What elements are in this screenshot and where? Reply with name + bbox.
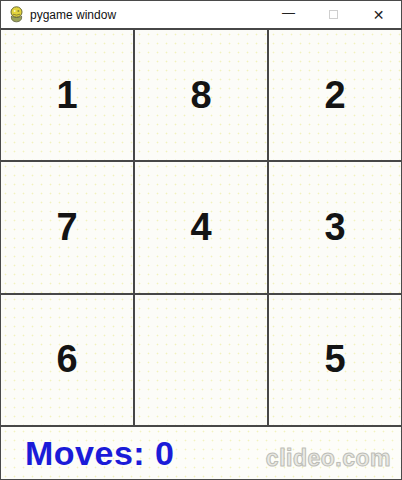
moves-label: Moves: bbox=[25, 434, 145, 472]
status-bar: Moves: 0 clideo.com bbox=[1, 427, 401, 479]
window-title: pygame window bbox=[30, 8, 116, 22]
close-icon: ✕ bbox=[373, 7, 385, 23]
minimize-icon: — bbox=[282, 6, 295, 19]
titlebar[interactable]: pygame window — ✕ bbox=[1, 1, 401, 28]
moves-counter: Moves: 0 bbox=[1, 434, 175, 473]
moves-value: 0 bbox=[155, 434, 174, 472]
maximize-icon bbox=[329, 10, 338, 19]
tile-r2c0[interactable]: 6 bbox=[1, 295, 133, 425]
tile-r0c1[interactable]: 8 bbox=[135, 30, 267, 160]
tile-r0c2[interactable]: 2 bbox=[269, 30, 401, 160]
tile-r1c1[interactable]: 4 bbox=[135, 162, 267, 292]
pygame-icon bbox=[9, 6, 24, 23]
pygame-window: pygame window — ✕ 1 8 2 7 4 3 6 5 Moves:… bbox=[0, 0, 402, 480]
tile-r2c2[interactable]: 5 bbox=[269, 295, 401, 425]
watermark: clideo.com bbox=[266, 445, 391, 472]
caption-buttons: — ✕ bbox=[266, 1, 401, 28]
tile-r1c2[interactable]: 3 bbox=[269, 162, 401, 292]
tile-r0c0[interactable]: 1 bbox=[1, 30, 133, 160]
maximize-button[interactable] bbox=[311, 1, 356, 28]
puzzle-board: 1 8 2 7 4 3 6 5 bbox=[1, 28, 401, 427]
close-button[interactable]: ✕ bbox=[356, 1, 401, 28]
minimize-button[interactable]: — bbox=[266, 1, 311, 28]
empty-cell bbox=[135, 295, 267, 425]
tile-r1c0[interactable]: 7 bbox=[1, 162, 133, 292]
